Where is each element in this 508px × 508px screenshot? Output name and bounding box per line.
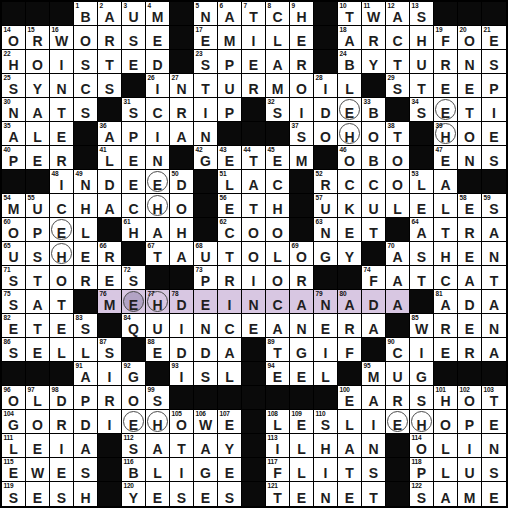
cell-r18c18[interactable]: H [410, 410, 434, 434]
cell-r9c11[interactable]: T [242, 194, 266, 218]
cell-r14c11[interactable]: E [242, 314, 266, 338]
cell-r19c4[interactable]: A [74, 434, 98, 458]
cell-r10c7[interactable]: A [146, 218, 170, 242]
cell-r13c9[interactable]: E [194, 290, 218, 314]
cell-r7c15[interactable]: 46O [338, 146, 362, 170]
cell-r14c15[interactable]: R [338, 314, 362, 338]
cell-r2c11[interactable]: I [242, 26, 266, 50]
cell-r4c9[interactable]: T [194, 74, 218, 98]
cell-r2c2[interactable]: 15R [26, 26, 50, 50]
cell-r3c6[interactable]: E [122, 50, 146, 74]
cell-r14c2[interactable]: T [26, 314, 50, 338]
cell-r15c17[interactable]: 90C [386, 338, 410, 362]
cell-r8c4[interactable]: 49N [74, 170, 98, 194]
cell-r16c10[interactable]: L [218, 362, 242, 386]
cell-r14c7[interactable]: U [146, 314, 170, 338]
cell-r5c9[interactable]: I [194, 98, 218, 122]
cell-r13c6[interactable]: E [122, 290, 146, 314]
cell-r20c10[interactable]: E [218, 458, 242, 482]
cell-r19c1[interactable]: 111L [2, 434, 26, 458]
cell-r6c20[interactable]: O [458, 122, 482, 146]
cell-r8c6[interactable]: E [122, 170, 146, 194]
cell-r19c21[interactable]: N [482, 434, 506, 458]
cell-r15c21[interactable]: A [482, 338, 506, 362]
cell-r7c3[interactable]: R [50, 146, 74, 170]
cell-r1c12[interactable]: 8C [266, 2, 290, 26]
cell-r21c9[interactable]: E [194, 482, 218, 506]
cell-r18c3[interactable]: R [50, 410, 74, 434]
cell-r9c8[interactable]: O [170, 194, 194, 218]
cell-r17c21[interactable]: 103T [482, 386, 506, 410]
cell-r21c4[interactable]: H [74, 482, 98, 506]
cell-r13c15[interactable]: 80A [338, 290, 362, 314]
cell-r9c7[interactable]: H [146, 194, 170, 218]
cell-r4c1[interactable]: 25S [2, 74, 26, 98]
cell-r7c20[interactable]: N [458, 146, 482, 170]
cell-r4c7[interactable]: 26I [146, 74, 170, 98]
cell-r18c4[interactable]: D [74, 410, 98, 434]
cell-r8c16[interactable]: C [362, 170, 386, 194]
cell-r16c6[interactable]: 92G [122, 362, 146, 386]
cell-r9c15[interactable]: K [338, 194, 362, 218]
cell-r10c18[interactable]: 64A [410, 218, 434, 242]
cell-r15c18[interactable]: I [410, 338, 434, 362]
cell-r14c12[interactable]: A [266, 314, 290, 338]
cell-r14c1[interactable]: 82E [2, 314, 26, 338]
cell-r11c7[interactable]: 67T [146, 242, 170, 266]
cell-r18c17[interactable]: E [386, 410, 410, 434]
cell-r15c12[interactable]: 89T [266, 338, 290, 362]
cell-r2c4[interactable]: O [74, 26, 98, 50]
cell-r9c10[interactable]: 56E [218, 194, 242, 218]
cell-r17c16[interactable]: A [362, 386, 386, 410]
cell-r11c3[interactable]: H [50, 242, 74, 266]
cell-r1c4[interactable]: 1B [74, 2, 98, 26]
cell-r8c7[interactable]: E [146, 170, 170, 194]
cell-r10c8[interactable]: H [170, 218, 194, 242]
cell-r20c8[interactable]: I [170, 458, 194, 482]
cell-r13c10[interactable]: I [218, 290, 242, 314]
cell-r19c16[interactable]: N [362, 434, 386, 458]
cell-r5c21[interactable]: I [482, 98, 506, 122]
cell-r8c8[interactable]: 50D [170, 170, 194, 194]
cell-r1c10[interactable]: 6A [218, 2, 242, 26]
cell-r13c20[interactable]: D [458, 290, 482, 314]
cell-r2c21[interactable]: 21E [482, 26, 506, 50]
cell-r12c18[interactable]: T [410, 266, 434, 290]
cell-r2c16[interactable]: R [362, 26, 386, 50]
cell-r5c14[interactable]: D [314, 98, 338, 122]
cell-r18c10[interactable]: 107E [218, 410, 242, 434]
cell-r6c16[interactable]: O [362, 122, 386, 146]
cell-r20c7[interactable]: L [146, 458, 170, 482]
cell-r21c7[interactable]: E [146, 482, 170, 506]
cell-r5c18[interactable]: 34S [410, 98, 434, 122]
cell-r7c2[interactable]: E [26, 146, 50, 170]
cell-r4c3[interactable]: N [50, 74, 74, 98]
cell-r2c12[interactable]: L [266, 26, 290, 50]
cell-r20c1[interactable]: 115E [2, 458, 26, 482]
cell-r19c6[interactable]: 112S [122, 434, 146, 458]
cell-r3c16[interactable]: Y [362, 50, 386, 74]
cell-r5c1[interactable]: 30N [2, 98, 26, 122]
cell-r3c5[interactable]: T [98, 50, 122, 74]
cell-r15c14[interactable]: I [314, 338, 338, 362]
cell-r16c14[interactable]: L [314, 362, 338, 386]
cell-r4c19[interactable]: E [434, 74, 458, 98]
cell-r13c14[interactable]: 79N [314, 290, 338, 314]
cell-r20c21[interactable]: S [482, 458, 506, 482]
cell-r19c19[interactable]: L [434, 434, 458, 458]
cell-r10c20[interactable]: R [458, 218, 482, 242]
cell-r9c17[interactable]: L [386, 194, 410, 218]
cell-r1c11[interactable]: 7T [242, 2, 266, 26]
cell-r11c17[interactable]: 70A [386, 242, 410, 266]
cell-r11c21[interactable]: N [482, 242, 506, 266]
cell-r6c7[interactable]: I [146, 122, 170, 146]
cell-r11c14[interactable]: G [314, 242, 338, 266]
cell-r9c5[interactable]: A [98, 194, 122, 218]
cell-r9c12[interactable]: H [266, 194, 290, 218]
cell-r3c21[interactable]: S [482, 50, 506, 74]
cell-r9c20[interactable]: 58E [458, 194, 482, 218]
cell-r11c5[interactable]: 66R [98, 242, 122, 266]
cell-r17c17[interactable]: R [386, 386, 410, 410]
cell-r3c7[interactable]: D [146, 50, 170, 74]
cell-r14c19[interactable]: R [434, 314, 458, 338]
cell-r2c18[interactable]: H [410, 26, 434, 50]
cell-r21c13[interactable]: E [290, 482, 314, 506]
cell-r20c9[interactable]: G [194, 458, 218, 482]
cell-r16c9[interactable]: S [194, 362, 218, 386]
cell-r17c2[interactable]: 97L [26, 386, 50, 410]
cell-r11c2[interactable]: S [26, 242, 50, 266]
cell-r13c19[interactable]: 81A [434, 290, 458, 314]
cell-r1c16[interactable]: 11W [362, 2, 386, 26]
cell-r19c13[interactable]: L [290, 434, 314, 458]
cell-r20c15[interactable]: T [338, 458, 362, 482]
cell-r14c3[interactable]: E [50, 314, 74, 338]
cell-r16c4[interactable]: 91A [74, 362, 98, 386]
cell-r4c2[interactable]: Y [26, 74, 50, 98]
cell-r17c6[interactable]: O [122, 386, 146, 410]
cell-r6c9[interactable]: N [194, 122, 218, 146]
cell-r18c15[interactable]: L [338, 410, 362, 434]
cell-r11c13[interactable]: 69O [290, 242, 314, 266]
cell-r19c2[interactable]: E [26, 434, 50, 458]
cell-r10c2[interactable]: P [26, 218, 50, 242]
cell-r7c9[interactable]: 42G [194, 146, 218, 170]
cell-r21c3[interactable]: S [50, 482, 74, 506]
cell-r10c12[interactable]: O [266, 218, 290, 242]
cell-r4c17[interactable]: 29S [386, 74, 410, 98]
cell-r21c21[interactable]: E [482, 482, 506, 506]
cell-r9c4[interactable]: H [74, 194, 98, 218]
cell-r13c8[interactable]: 78D [170, 290, 194, 314]
cell-r19c10[interactable]: Y [218, 434, 242, 458]
cell-r17c19[interactable]: 101H [434, 386, 458, 410]
cell-r12c4[interactable]: R [74, 266, 98, 290]
cell-r12c12[interactable]: O [266, 266, 290, 290]
cell-r10c11[interactable]: O [242, 218, 266, 242]
cell-r18c14[interactable]: 110S [314, 410, 338, 434]
cell-r20c14[interactable]: I [314, 458, 338, 482]
cell-r12c20[interactable]: A [458, 266, 482, 290]
cell-r15c1[interactable]: 86S [2, 338, 26, 362]
cell-r18c8[interactable]: 105O [170, 410, 194, 434]
cell-r1c5[interactable]: 2A [98, 2, 122, 26]
cell-r1c17[interactable]: 12A [386, 2, 410, 26]
cell-r20c18[interactable]: 118P [410, 458, 434, 482]
cell-r16c5[interactable]: I [98, 362, 122, 386]
cell-r13c21[interactable]: A [482, 290, 506, 314]
cell-r10c3[interactable]: E [50, 218, 74, 242]
cell-r2c9[interactable]: 17E [194, 26, 218, 50]
cell-r6c17[interactable]: 38T [386, 122, 410, 146]
cell-r19c3[interactable]: I [50, 434, 74, 458]
cell-r4c18[interactable]: T [410, 74, 434, 98]
cell-r21c16[interactable]: T [362, 482, 386, 506]
cell-r10c15[interactable]: E [338, 218, 362, 242]
cell-r7c10[interactable]: 43E [218, 146, 242, 170]
cell-r8c5[interactable]: D [98, 170, 122, 194]
cell-r13c12[interactable]: C [266, 290, 290, 314]
cell-r8c10[interactable]: 51L [218, 170, 242, 194]
cell-r3c9[interactable]: 23S [194, 50, 218, 74]
cell-r4c15[interactable]: L [338, 74, 362, 98]
cell-r18c19[interactable]: O [434, 410, 458, 434]
cell-r11c18[interactable]: S [410, 242, 434, 266]
cell-r8c3[interactable]: 48I [50, 170, 74, 194]
cell-r6c1[interactable]: 35A [2, 122, 26, 146]
cell-r1c7[interactable]: 4M [146, 2, 170, 26]
cell-r9c3[interactable]: C [50, 194, 74, 218]
cell-r15c4[interactable]: L [74, 338, 98, 362]
cell-r10c21[interactable]: A [482, 218, 506, 242]
cell-r8c11[interactable]: A [242, 170, 266, 194]
cell-r1c13[interactable]: 9H [290, 2, 314, 26]
cell-r14c18[interactable]: 85W [410, 314, 434, 338]
cell-r18c21[interactable]: E [482, 410, 506, 434]
cell-r11c9[interactable]: 68U [194, 242, 218, 266]
cell-r5c6[interactable]: 31S [122, 98, 146, 122]
cell-r3c4[interactable]: S [74, 50, 98, 74]
cell-r3c1[interactable]: 22H [2, 50, 26, 74]
cell-r11c11[interactable]: O [242, 242, 266, 266]
cell-r4c8[interactable]: 27N [170, 74, 194, 98]
cell-r14c10[interactable]: C [218, 314, 242, 338]
cell-r18c7[interactable]: H [146, 410, 170, 434]
cell-r3c20[interactable]: N [458, 50, 482, 74]
cell-r5c3[interactable]: T [50, 98, 74, 122]
cell-r10c1[interactable]: 60O [2, 218, 26, 242]
cell-r1c15[interactable]: 10T [338, 2, 362, 26]
cell-r13c13[interactable]: A [290, 290, 314, 314]
cell-r15c5[interactable]: 87S [98, 338, 122, 362]
cell-r19c15[interactable]: A [338, 434, 362, 458]
cell-r4c10[interactable]: U [218, 74, 242, 98]
cell-r3c13[interactable]: R [290, 50, 314, 74]
cell-r8c19[interactable]: A [434, 170, 458, 194]
cell-r5c10[interactable]: P [218, 98, 242, 122]
cell-r3c2[interactable]: O [26, 50, 50, 74]
cell-r14c8[interactable]: I [170, 314, 194, 338]
cell-r6c19[interactable]: 39H [434, 122, 458, 146]
cell-r20c19[interactable]: L [434, 458, 458, 482]
cell-r13c7[interactable]: 77H [146, 290, 170, 314]
cell-r7c16[interactable]: B [362, 146, 386, 170]
cell-r18c20[interactable]: P [458, 410, 482, 434]
cell-r14c20[interactable]: E [458, 314, 482, 338]
cell-r4c13[interactable]: O [290, 74, 314, 98]
cell-r18c2[interactable]: O [26, 410, 50, 434]
cell-r19c9[interactable]: A [194, 434, 218, 458]
cell-r20c3[interactable]: E [50, 458, 74, 482]
cell-r13c2[interactable]: A [26, 290, 50, 314]
cell-r6c6[interactable]: P [122, 122, 146, 146]
cell-r13c17[interactable]: A [386, 290, 410, 314]
cell-r17c7[interactable]: 99S [146, 386, 170, 410]
cell-r2c1[interactable]: 14O [2, 26, 26, 50]
cell-r14c6[interactable]: 84Q [122, 314, 146, 338]
cell-r12c16[interactable]: 74F [362, 266, 386, 290]
cell-r5c20[interactable]: T [458, 98, 482, 122]
cell-r4c21[interactable]: P [482, 74, 506, 98]
cell-r18c16[interactable]: I [362, 410, 386, 434]
cell-r15c13[interactable]: G [290, 338, 314, 362]
cell-r1c6[interactable]: 3U [122, 2, 146, 26]
cell-r13c1[interactable]: 75S [2, 290, 26, 314]
cell-r5c16[interactable]: 33B [362, 98, 386, 122]
cell-r16c8[interactable]: 93I [170, 362, 194, 386]
cell-r2c20[interactable]: 20O [458, 26, 482, 50]
cell-r19c8[interactable]: T [170, 434, 194, 458]
cell-r2c15[interactable]: 18A [338, 26, 362, 50]
cell-r21c12[interactable]: 121T [266, 482, 290, 506]
cell-r15c7[interactable]: 88E [146, 338, 170, 362]
cell-r21c6[interactable]: 120Y [122, 482, 146, 506]
cell-r9c2[interactable]: 55U [26, 194, 50, 218]
cell-r17c20[interactable]: 102O [458, 386, 482, 410]
cell-r8c17[interactable]: O [386, 170, 410, 194]
cell-r19c14[interactable]: H [314, 434, 338, 458]
cell-r17c1[interactable]: 96O [2, 386, 26, 410]
cell-r4c20[interactable]: E [458, 74, 482, 98]
cell-r16c17[interactable]: U [386, 362, 410, 386]
cell-r11c1[interactable]: 65U [2, 242, 26, 266]
cell-r12c3[interactable]: O [50, 266, 74, 290]
cell-r13c16[interactable]: D [362, 290, 386, 314]
cell-r6c14[interactable]: O [314, 122, 338, 146]
cell-r12c21[interactable]: T [482, 266, 506, 290]
cell-r7c17[interactable]: O [386, 146, 410, 170]
cell-r13c3[interactable]: T [50, 290, 74, 314]
cell-r16c18[interactable]: G [410, 362, 434, 386]
cell-r5c15[interactable]: E [338, 98, 362, 122]
cell-r2c3[interactable]: 16W [50, 26, 74, 50]
cell-r1c18[interactable]: 13S [410, 2, 434, 26]
cell-r14c21[interactable]: N [482, 314, 506, 338]
cell-r10c16[interactable]: T [362, 218, 386, 242]
cell-r12c6[interactable]: 72S [122, 266, 146, 290]
cell-r5c19[interactable]: E [434, 98, 458, 122]
cell-r14c16[interactable]: A [362, 314, 386, 338]
cell-r9c19[interactable]: L [434, 194, 458, 218]
cell-r9c21[interactable]: 59S [482, 194, 506, 218]
cell-r4c12[interactable]: M [266, 74, 290, 98]
cell-r21c10[interactable]: S [218, 482, 242, 506]
cell-r12c10[interactable]: R [218, 266, 242, 290]
cell-r6c5[interactable]: 36A [98, 122, 122, 146]
cell-r3c17[interactable]: T [386, 50, 410, 74]
cell-r14c9[interactable]: N [194, 314, 218, 338]
cell-r2c19[interactable]: 19F [434, 26, 458, 50]
cell-r10c6[interactable]: 61H [122, 218, 146, 242]
cell-r8c14[interactable]: 52R [314, 170, 338, 194]
cell-r7c19[interactable]: 47E [434, 146, 458, 170]
cell-r2c17[interactable]: C [386, 26, 410, 50]
cell-r11c15[interactable]: Y [338, 242, 362, 266]
cell-r20c2[interactable]: W [26, 458, 50, 482]
cell-r21c8[interactable]: S [170, 482, 194, 506]
cell-r11c4[interactable]: E [74, 242, 98, 266]
cell-r5c13[interactable]: I [290, 98, 314, 122]
cell-r2c5[interactable]: R [98, 26, 122, 50]
cell-r4c14[interactable]: 28I [314, 74, 338, 98]
cell-r9c6[interactable]: C [122, 194, 146, 218]
cell-r13c5[interactable]: 76M [98, 290, 122, 314]
cell-r2c6[interactable]: S [122, 26, 146, 50]
cell-r7c21[interactable]: S [482, 146, 506, 170]
cell-r18c13[interactable]: 109E [290, 410, 314, 434]
cell-r14c13[interactable]: N [290, 314, 314, 338]
cell-r10c10[interactable]: 62C [218, 218, 242, 242]
cell-r10c4[interactable]: L [74, 218, 98, 242]
cell-r12c5[interactable]: E [98, 266, 122, 290]
cell-r21c1[interactable]: 119S [2, 482, 26, 506]
cell-r21c14[interactable]: N [314, 482, 338, 506]
cell-r19c7[interactable]: A [146, 434, 170, 458]
cell-r21c18[interactable]: 122S [410, 482, 434, 506]
cell-r6c15[interactable]: H [338, 122, 362, 146]
cell-r2c10[interactable]: M [218, 26, 242, 50]
cell-r19c20[interactable]: I [458, 434, 482, 458]
cell-r15c20[interactable]: R [458, 338, 482, 362]
cell-r18c9[interactable]: 106W [194, 410, 218, 434]
cell-r2c13[interactable]: E [290, 26, 314, 50]
cell-r15c2[interactable]: E [26, 338, 50, 362]
cell-r5c4[interactable]: S [74, 98, 98, 122]
cell-r15c3[interactable]: L [50, 338, 74, 362]
cell-r19c12[interactable]: 113I [266, 434, 290, 458]
cell-r12c13[interactable]: R [290, 266, 314, 290]
cell-r7c13[interactable]: M [290, 146, 314, 170]
cell-r18c12[interactable]: 108L [266, 410, 290, 434]
cell-r7c11[interactable]: 44T [242, 146, 266, 170]
cell-r12c2[interactable]: T [26, 266, 50, 290]
cell-r3c10[interactable]: P [218, 50, 242, 74]
cell-r15c10[interactable]: A [218, 338, 242, 362]
cell-r17c5[interactable]: R [98, 386, 122, 410]
cell-r3c3[interactable]: I [50, 50, 74, 74]
cell-r12c19[interactable]: C [434, 266, 458, 290]
cell-r3c11[interactable]: E [242, 50, 266, 74]
cell-r11c12[interactable]: L [266, 242, 290, 266]
cell-r11c8[interactable]: A [170, 242, 194, 266]
cell-r21c15[interactable]: E [338, 482, 362, 506]
cell-r9c16[interactable]: U [362, 194, 386, 218]
cell-r21c19[interactable]: A [434, 482, 458, 506]
